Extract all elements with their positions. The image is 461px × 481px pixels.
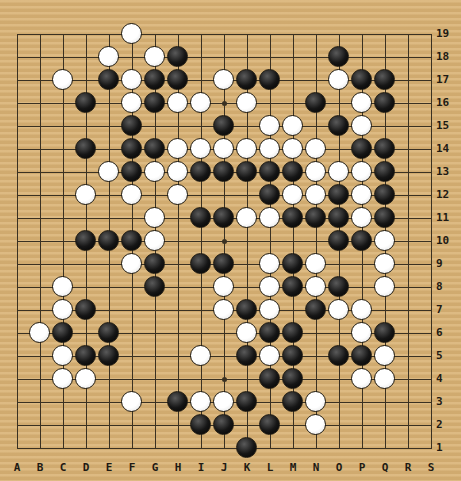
white-stone-K14: [236, 138, 257, 159]
black-stone-M8: [282, 276, 303, 297]
black-stone-I2: [190, 414, 211, 435]
row-label-6: 6: [436, 326, 460, 339]
black-stone-N11: [305, 207, 326, 228]
black-stone-H3: [167, 391, 188, 412]
white-stone-H12: [167, 184, 188, 205]
go-board[interactable]: [17, 34, 432, 449]
row-label-12: 12: [436, 188, 460, 201]
column-label-F: F: [122, 461, 142, 474]
white-stone-E13: [98, 161, 119, 182]
black-stone-F14: [121, 138, 142, 159]
black-stone-K7: [236, 299, 257, 320]
black-stone-K3: [236, 391, 257, 412]
white-stone-C7: [52, 299, 73, 320]
black-stone-O5: [328, 345, 349, 366]
row-label-5: 5: [436, 349, 460, 362]
white-stone-Q10: [374, 230, 395, 251]
black-stone-L17: [259, 69, 280, 90]
black-stone-F10: [121, 230, 142, 251]
white-stone-C4: [52, 368, 73, 389]
white-stone-Q8: [374, 276, 395, 297]
white-stone-F19: [121, 23, 142, 44]
white-stone-I16: [190, 92, 211, 113]
white-stone-P15: [351, 115, 372, 136]
column-label-Q: Q: [375, 461, 395, 474]
white-stone-I3: [190, 391, 211, 412]
column-label-M: M: [283, 461, 303, 474]
black-stone-D14: [75, 138, 96, 159]
white-stone-C17: [52, 69, 73, 90]
white-stone-K6: [236, 322, 257, 343]
star-point-J10: [222, 239, 227, 244]
black-stone-M6: [282, 322, 303, 343]
white-stone-N8: [305, 276, 326, 297]
row-label-17: 17: [436, 73, 460, 86]
black-stone-K1: [236, 437, 257, 458]
white-stone-J17: [213, 69, 234, 90]
black-stone-N7: [305, 299, 326, 320]
white-stone-F12: [121, 184, 142, 205]
white-stone-H16: [167, 92, 188, 113]
row-label-16: 16: [436, 96, 460, 109]
white-stone-P6: [351, 322, 372, 343]
black-stone-H17: [167, 69, 188, 90]
row-label-2: 2: [436, 418, 460, 431]
white-stone-K11: [236, 207, 257, 228]
white-stone-N9: [305, 253, 326, 274]
black-stone-G14: [144, 138, 165, 159]
white-stone-O13: [328, 161, 349, 182]
black-stone-L13: [259, 161, 280, 182]
black-stone-M3: [282, 391, 303, 412]
black-stone-J13: [213, 161, 234, 182]
black-stone-L6: [259, 322, 280, 343]
black-stone-P14: [351, 138, 372, 159]
white-stone-N14: [305, 138, 326, 159]
black-stone-I9: [190, 253, 211, 274]
white-stone-G10: [144, 230, 165, 251]
white-stone-H14: [167, 138, 188, 159]
black-stone-J11: [213, 207, 234, 228]
white-stone-P16: [351, 92, 372, 113]
white-stone-P4: [351, 368, 372, 389]
black-stone-Q17: [374, 69, 395, 90]
black-stone-J15: [213, 115, 234, 136]
black-stone-L4: [259, 368, 280, 389]
white-stone-F16: [121, 92, 142, 113]
column-label-G: G: [145, 461, 165, 474]
black-stone-O8: [328, 276, 349, 297]
row-label-18: 18: [436, 50, 460, 63]
white-stone-C8: [52, 276, 73, 297]
white-stone-N12: [305, 184, 326, 205]
black-stone-N16: [305, 92, 326, 113]
white-stone-I14: [190, 138, 211, 159]
black-stone-M4: [282, 368, 303, 389]
black-stone-G17: [144, 69, 165, 90]
black-stone-D5: [75, 345, 96, 366]
white-stone-Q4: [374, 368, 395, 389]
white-stone-O7: [328, 299, 349, 320]
row-label-10: 10: [436, 234, 460, 247]
black-stone-Q13: [374, 161, 395, 182]
black-stone-K17: [236, 69, 257, 90]
column-label-O: O: [329, 461, 349, 474]
black-stone-K5: [236, 345, 257, 366]
white-stone-P11: [351, 207, 372, 228]
white-stone-B6: [29, 322, 50, 343]
white-stone-N13: [305, 161, 326, 182]
column-label-A: A: [7, 461, 27, 474]
white-stone-D12: [75, 184, 96, 205]
black-stone-J2: [213, 414, 234, 435]
white-stone-G11: [144, 207, 165, 228]
white-stone-G18: [144, 46, 165, 67]
black-stone-E5: [98, 345, 119, 366]
black-stone-H18: [167, 46, 188, 67]
white-stone-Q5: [374, 345, 395, 366]
row-label-7: 7: [436, 303, 460, 316]
black-stone-F13: [121, 161, 142, 182]
black-stone-E17: [98, 69, 119, 90]
star-point-J4: [222, 377, 227, 382]
white-stone-O17: [328, 69, 349, 90]
white-stone-J8: [213, 276, 234, 297]
white-stone-J7: [213, 299, 234, 320]
white-stone-M14: [282, 138, 303, 159]
white-stone-F17: [121, 69, 142, 90]
black-stone-M11: [282, 207, 303, 228]
white-stone-G13: [144, 161, 165, 182]
white-stone-L11: [259, 207, 280, 228]
white-stone-F9: [121, 253, 142, 274]
black-stone-M13: [282, 161, 303, 182]
white-stone-L9: [259, 253, 280, 274]
column-label-L: L: [260, 461, 280, 474]
black-stone-D16: [75, 92, 96, 113]
black-stone-C6: [52, 322, 73, 343]
row-label-13: 13: [436, 165, 460, 178]
column-label-D: D: [76, 461, 96, 474]
white-stone-E18: [98, 46, 119, 67]
black-stone-Q16: [374, 92, 395, 113]
row-label-1: 1: [436, 441, 460, 454]
star-point-J16: [222, 101, 227, 106]
column-label-K: K: [237, 461, 257, 474]
black-stone-E10: [98, 230, 119, 251]
white-stone-L15: [259, 115, 280, 136]
black-stone-Q14: [374, 138, 395, 159]
column-label-B: B: [30, 461, 50, 474]
column-label-P: P: [352, 461, 372, 474]
row-label-11: 11: [436, 211, 460, 224]
black-stone-Q11: [374, 207, 395, 228]
black-stone-D10: [75, 230, 96, 251]
white-stone-F3: [121, 391, 142, 412]
black-stone-Q6: [374, 322, 395, 343]
white-stone-L14: [259, 138, 280, 159]
white-stone-H13: [167, 161, 188, 182]
column-label-I: I: [191, 461, 211, 474]
black-stone-L2: [259, 414, 280, 435]
black-stone-G9: [144, 253, 165, 274]
black-stone-F15: [121, 115, 142, 136]
white-stone-M15: [282, 115, 303, 136]
white-stone-N2: [305, 414, 326, 435]
black-stone-M9: [282, 253, 303, 274]
black-stone-P10: [351, 230, 372, 251]
black-stone-E6: [98, 322, 119, 343]
white-stone-L8: [259, 276, 280, 297]
row-label-3: 3: [436, 395, 460, 408]
white-stone-L5: [259, 345, 280, 366]
black-stone-I13: [190, 161, 211, 182]
white-stone-J3: [213, 391, 234, 412]
white-stone-C5: [52, 345, 73, 366]
black-stone-L12: [259, 184, 280, 205]
black-stone-P17: [351, 69, 372, 90]
white-stone-L7: [259, 299, 280, 320]
row-label-4: 4: [436, 372, 460, 385]
black-stone-O12: [328, 184, 349, 205]
black-stone-O10: [328, 230, 349, 251]
black-stone-I11: [190, 207, 211, 228]
black-stone-Q12: [374, 184, 395, 205]
column-label-J: J: [214, 461, 234, 474]
black-stone-M5: [282, 345, 303, 366]
column-label-R: R: [398, 461, 418, 474]
row-label-15: 15: [436, 119, 460, 132]
black-stone-G16: [144, 92, 165, 113]
row-label-8: 8: [436, 280, 460, 293]
column-label-S: S: [421, 461, 441, 474]
row-label-14: 14: [436, 142, 460, 155]
column-label-N: N: [306, 461, 326, 474]
white-stone-D4: [75, 368, 96, 389]
black-stone-P5: [351, 345, 372, 366]
white-stone-P13: [351, 161, 372, 182]
white-stone-M12: [282, 184, 303, 205]
black-stone-J9: [213, 253, 234, 274]
column-label-C: C: [53, 461, 73, 474]
black-stone-G8: [144, 276, 165, 297]
white-stone-N3: [305, 391, 326, 412]
white-stone-Q9: [374, 253, 395, 274]
black-stone-O11: [328, 207, 349, 228]
white-stone-P12: [351, 184, 372, 205]
white-stone-K16: [236, 92, 257, 113]
go-board-screenshot: ABCDEFGHIJKLMNOPQRS191817161514131211109…: [0, 0, 461, 481]
black-stone-O18: [328, 46, 349, 67]
column-label-H: H: [168, 461, 188, 474]
row-label-9: 9: [436, 257, 460, 270]
white-stone-J14: [213, 138, 234, 159]
row-label-19: 19: [436, 27, 460, 40]
black-stone-D7: [75, 299, 96, 320]
white-stone-I5: [190, 345, 211, 366]
black-stone-O15: [328, 115, 349, 136]
black-stone-K13: [236, 161, 257, 182]
white-stone-P7: [351, 299, 372, 320]
column-label-E: E: [99, 461, 119, 474]
